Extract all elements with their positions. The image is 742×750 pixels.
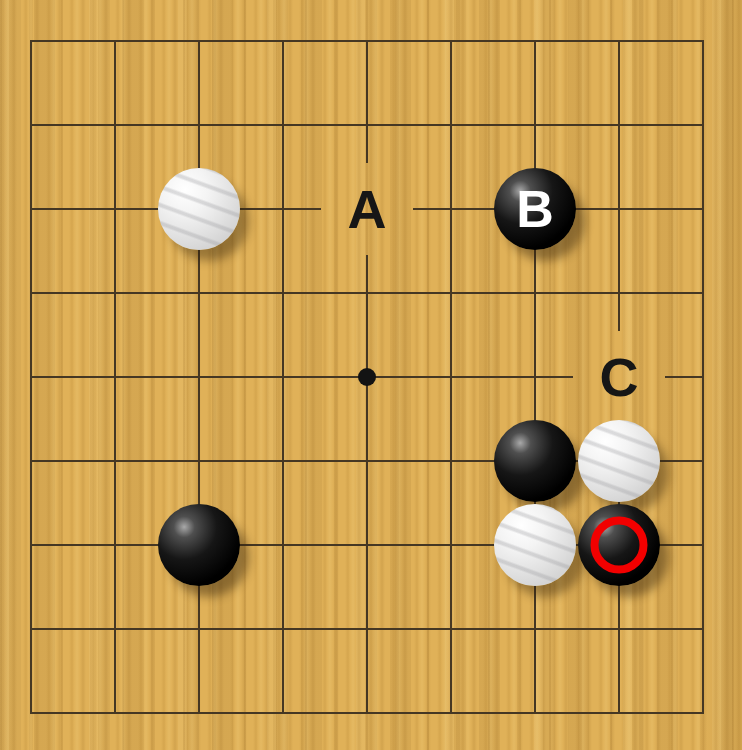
stone-black: B	[494, 168, 576, 250]
grid-line	[30, 40, 32, 714]
stone-white	[158, 168, 240, 250]
grid-line	[30, 376, 573, 378]
grid-line	[450, 40, 452, 714]
stone-black	[578, 504, 660, 586]
grid-line	[665, 376, 704, 378]
point-label-c[interactable]: C	[600, 350, 639, 404]
point-label-a[interactable]: A	[348, 182, 387, 236]
last-move-marker	[591, 517, 648, 574]
stone-white	[578, 420, 660, 502]
grid-line	[618, 40, 620, 331]
grid-line	[702, 40, 704, 714]
go-board[interactable]: ACB	[0, 0, 742, 750]
stone-black	[494, 420, 576, 502]
stone-black	[158, 504, 240, 586]
stone-white	[494, 504, 576, 586]
grid-line	[198, 40, 200, 714]
star-point	[358, 368, 376, 386]
grid-line	[282, 40, 284, 714]
grid-line	[366, 255, 368, 714]
stone-label-b: B	[516, 183, 554, 235]
grid-line	[366, 40, 368, 163]
grid-line	[114, 40, 116, 714]
grid-line	[534, 40, 536, 714]
